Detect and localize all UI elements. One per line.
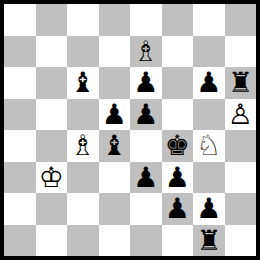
square-e1[interactable] [130,225,162,257]
square-d5[interactable]: ♟ [99,99,131,131]
piece-white-bishop: ♗ [70,130,95,161]
piece-black-pawn: ♟ [133,99,158,130]
square-g7[interactable] [193,36,225,68]
square-b7[interactable] [36,36,68,68]
square-d2[interactable] [99,193,131,225]
piece-black-bishop: ♝ [70,67,95,98]
square-f3[interactable]: ♟ [162,162,194,194]
square-d4[interactable]: ♝ [99,130,131,162]
square-c8[interactable] [67,4,99,36]
square-h6[interactable]: ♜ [225,67,257,99]
square-a3[interactable] [4,162,36,194]
square-e4[interactable] [130,130,162,162]
square-f8[interactable] [162,4,194,36]
piece-black-pawn: ♟ [165,193,190,224]
square-c3[interactable] [67,162,99,194]
square-d8[interactable] [99,4,131,36]
square-b5[interactable] [36,99,68,131]
square-h5[interactable]: ♙ [225,99,257,131]
square-c5[interactable] [67,99,99,131]
square-a8[interactable] [4,4,36,36]
square-c2[interactable] [67,193,99,225]
square-c7[interactable] [67,36,99,68]
square-f6[interactable] [162,67,194,99]
square-e7[interactable]: ♗ [130,36,162,68]
square-d1[interactable] [99,225,131,257]
piece-black-rook: ♜ [228,67,253,98]
chess-board: ♗♝♟♟♜♟♟♙♗♝♚♘♔♟♟♟♟♜ [4,4,256,256]
square-b1[interactable] [36,225,68,257]
piece-black-pawn: ♟ [196,67,221,98]
piece-black-pawn: ♟ [133,162,158,193]
square-a5[interactable] [4,99,36,131]
piece-white-king: ♔ [39,162,64,193]
square-a4[interactable] [4,130,36,162]
square-g5[interactable] [193,99,225,131]
square-g1[interactable]: ♜ [193,225,225,257]
square-c4[interactable]: ♗ [67,130,99,162]
square-g4[interactable]: ♘ [193,130,225,162]
square-d3[interactable] [99,162,131,194]
square-e6[interactable]: ♟ [130,67,162,99]
square-e8[interactable] [130,4,162,36]
square-f5[interactable] [162,99,194,131]
square-g6[interactable]: ♟ [193,67,225,99]
piece-black-king: ♚ [165,130,190,161]
piece-white-bishop: ♗ [133,36,158,67]
piece-black-pawn: ♟ [165,162,190,193]
chess-board-frame: ♗♝♟♟♜♟♟♙♗♝♚♘♔♟♟♟♟♜ [0,0,260,260]
piece-black-pawn: ♟ [133,67,158,98]
square-a6[interactable] [4,67,36,99]
square-h8[interactable] [225,4,257,36]
square-b2[interactable] [36,193,68,225]
square-f4[interactable]: ♚ [162,130,194,162]
square-e5[interactable]: ♟ [130,99,162,131]
square-h3[interactable] [225,162,257,194]
piece-black-bishop: ♝ [102,130,127,161]
piece-black-pawn: ♟ [196,193,221,224]
square-f1[interactable] [162,225,194,257]
square-h1[interactable] [225,225,257,257]
square-e3[interactable]: ♟ [130,162,162,194]
square-b4[interactable] [36,130,68,162]
square-b8[interactable] [36,4,68,36]
piece-black-pawn: ♟ [102,99,127,130]
square-h4[interactable] [225,130,257,162]
square-b3[interactable]: ♔ [36,162,68,194]
square-g8[interactable] [193,4,225,36]
square-a2[interactable] [4,193,36,225]
square-d6[interactable] [99,67,131,99]
square-f7[interactable] [162,36,194,68]
square-a1[interactable] [4,225,36,257]
square-g3[interactable] [193,162,225,194]
square-h2[interactable] [225,193,257,225]
square-e2[interactable] [130,193,162,225]
square-a7[interactable] [4,36,36,68]
square-d7[interactable] [99,36,131,68]
square-b6[interactable] [36,67,68,99]
piece-black-rook: ♜ [196,225,221,256]
square-c1[interactable] [67,225,99,257]
square-h7[interactable] [225,36,257,68]
square-g2[interactable]: ♟ [193,193,225,225]
piece-white-pawn: ♙ [228,99,253,130]
piece-white-knight: ♘ [196,130,221,161]
square-c6[interactable]: ♝ [67,67,99,99]
square-f2[interactable]: ♟ [162,193,194,225]
